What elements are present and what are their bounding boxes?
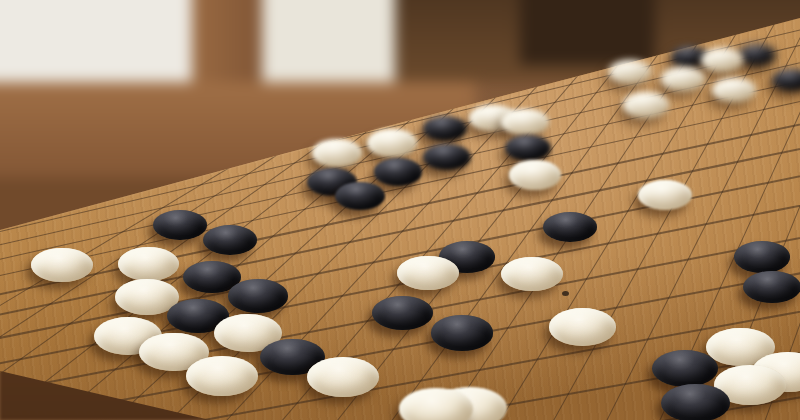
white-stone — [312, 139, 363, 167]
white-stone — [367, 129, 417, 157]
white-stone — [661, 67, 705, 91]
black-stone — [423, 144, 470, 171]
white-stone — [549, 308, 616, 346]
white-stone — [623, 92, 669, 118]
white-stone — [397, 256, 459, 291]
black-stone — [153, 210, 206, 240]
white-stone — [118, 247, 179, 281]
white-stone — [509, 160, 562, 190]
black-stone — [423, 116, 468, 141]
black-stone — [431, 315, 494, 350]
black-stone — [772, 69, 800, 92]
go-photo-scene — [0, 0, 800, 420]
white-stone — [186, 356, 258, 396]
black-stone — [372, 296, 433, 330]
white-stone — [501, 257, 563, 292]
black-stone — [734, 241, 790, 273]
white-stone — [701, 48, 743, 71]
white-stone — [307, 357, 379, 397]
black-stone — [743, 271, 800, 304]
black-stone — [374, 158, 423, 185]
white-stone — [501, 109, 549, 136]
black-stone — [738, 44, 776, 66]
white-stone — [609, 60, 652, 84]
black-stone — [505, 135, 552, 161]
black-stone — [661, 384, 730, 420]
black-stone — [652, 350, 718, 387]
stones-layer — [0, 0, 800, 420]
white-stone — [31, 248, 92, 282]
white-stone — [638, 180, 693, 211]
black-stone — [228, 279, 288, 312]
black-stone — [203, 225, 258, 256]
black-stone — [335, 182, 386, 210]
black-stone — [543, 212, 597, 242]
white-stone — [712, 78, 757, 103]
